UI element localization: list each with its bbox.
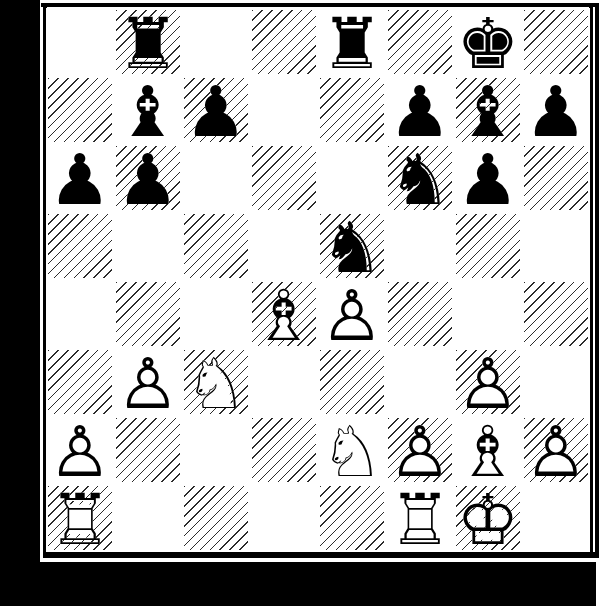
square-e4[interactable]: ♟♙ (318, 280, 386, 348)
square-e8[interactable]: ♜♜ (318, 8, 386, 76)
square-c2[interactable] (182, 416, 250, 484)
piece-glyph-outline: ♟ (114, 146, 182, 214)
piece-white-bishop[interactable]: ♝♗ (454, 416, 522, 484)
piece-glyph-outline: ♙ (522, 418, 590, 486)
piece-white-pawn[interactable]: ♟♙ (318, 280, 386, 348)
piece-black-knight[interactable]: ♞♞ (318, 212, 386, 280)
piece-white-pawn[interactable]: ♟♙ (114, 348, 182, 416)
piece-glyph-outline: ♔ (454, 486, 522, 554)
square-b2[interactable] (114, 416, 182, 484)
square-h5[interactable] (522, 212, 590, 280)
square-d2[interactable] (250, 416, 318, 484)
piece-black-pawn[interactable]: ♟♟ (386, 76, 454, 144)
square-f5[interactable] (386, 212, 454, 280)
square-d8[interactable] (250, 8, 318, 76)
square-c4[interactable] (182, 280, 250, 348)
piece-glyph-outline: ♖ (46, 486, 114, 554)
square-g8[interactable]: ♚♚ (454, 8, 522, 76)
bottom-shadow-band (0, 562, 596, 606)
square-b4[interactable] (114, 280, 182, 348)
square-c7[interactable]: ♟♟ (182, 76, 250, 144)
piece-black-king[interactable]: ♚♚ (454, 8, 522, 76)
square-e5[interactable]: ♞♞ (318, 212, 386, 280)
piece-glyph-outline: ♙ (454, 350, 522, 418)
square-b1[interactable] (114, 484, 182, 552)
square-e6[interactable] (318, 144, 386, 212)
piece-glyph-outline: ♗ (454, 418, 522, 486)
square-f3[interactable] (386, 348, 454, 416)
piece-white-bishop[interactable]: ♝♗ (250, 280, 318, 348)
piece-black-pawn[interactable]: ♟♟ (182, 76, 250, 144)
piece-glyph-outline: ♚ (454, 10, 522, 78)
square-h7[interactable]: ♟♟ (522, 76, 590, 144)
piece-white-king[interactable]: ♚♔ (454, 484, 522, 552)
square-g5[interactable] (454, 212, 522, 280)
square-d6[interactable] (250, 144, 318, 212)
square-a1[interactable]: ♜♖ (46, 484, 114, 552)
piece-white-pawn[interactable]: ♟♙ (386, 416, 454, 484)
square-a7[interactable] (46, 76, 114, 144)
piece-white-rook[interactable]: ♜♖ (386, 484, 454, 552)
piece-glyph-outline: ♙ (46, 418, 114, 486)
piece-glyph-outline: ♘ (318, 418, 386, 486)
piece-black-rook[interactable]: ♜♜ (114, 8, 182, 76)
square-c1[interactable] (182, 484, 250, 552)
piece-black-bishop[interactable]: ♝♝ (114, 76, 182, 144)
piece-glyph-outline: ♙ (114, 350, 182, 418)
chess-diagram-page: ♜♜♜♜♚♚♝♝♟♟♟♟♝♝♟♟♟♟♟♟♞♞♟♟♞♞♝♗♟♙♟♙♞♘♟♙♟♙♞♘… (0, 0, 600, 606)
piece-black-pawn[interactable]: ♟♟ (114, 144, 182, 212)
piece-white-knight[interactable]: ♞♘ (318, 416, 386, 484)
square-c6[interactable] (182, 144, 250, 212)
square-a2[interactable]: ♟♙ (46, 416, 114, 484)
piece-glyph-outline: ♟ (522, 78, 590, 146)
square-d4[interactable]: ♝♗ (250, 280, 318, 348)
square-c3[interactable]: ♞♘ (182, 348, 250, 416)
board-frame-right-outer-line (595, 3, 599, 558)
piece-white-pawn[interactable]: ♟♙ (454, 348, 522, 416)
square-b7[interactable]: ♝♝ (114, 76, 182, 144)
square-g2[interactable]: ♝♗ (454, 416, 522, 484)
piece-glyph-outline: ♙ (318, 282, 386, 350)
piece-white-pawn[interactable]: ♟♙ (46, 416, 114, 484)
piece-glyph-outline: ♟ (46, 146, 114, 214)
piece-glyph-outline: ♟ (182, 78, 250, 146)
square-f2[interactable]: ♟♙ (386, 416, 454, 484)
piece-black-pawn[interactable]: ♟♟ (454, 144, 522, 212)
piece-glyph-outline: ♖ (386, 486, 454, 554)
square-h2[interactable]: ♟♙ (522, 416, 590, 484)
square-a8[interactable] (46, 8, 114, 76)
square-e3[interactable] (318, 348, 386, 416)
square-e1[interactable] (318, 484, 386, 552)
square-f6[interactable]: ♞♞ (386, 144, 454, 212)
piece-glyph-outline: ♜ (318, 10, 386, 78)
square-f8[interactable] (386, 8, 454, 76)
square-b3[interactable]: ♟♙ (114, 348, 182, 416)
left-shadow-band (0, 0, 40, 606)
piece-glyph-outline: ♘ (182, 350, 250, 418)
piece-glyph-outline: ♞ (386, 146, 454, 214)
piece-black-bishop[interactable]: ♝♝ (454, 76, 522, 144)
square-d7[interactable] (250, 76, 318, 144)
piece-black-rook[interactable]: ♜♜ (318, 8, 386, 76)
chess-board: ♜♜♜♜♚♚♝♝♟♟♟♟♝♝♟♟♟♟♟♟♞♞♟♟♞♞♝♗♟♙♟♙♞♘♟♙♟♙♞♘… (46, 8, 590, 552)
piece-glyph-outline: ♞ (318, 214, 386, 282)
piece-white-knight[interactable]: ♞♘ (182, 348, 250, 416)
piece-white-pawn[interactable]: ♟♙ (522, 416, 590, 484)
piece-black-knight[interactable]: ♞♞ (386, 144, 454, 212)
square-f4[interactable] (386, 280, 454, 348)
piece-black-pawn[interactable]: ♟♟ (522, 76, 590, 144)
square-e2[interactable]: ♞♘ (318, 416, 386, 484)
square-h8[interactable] (522, 8, 590, 76)
piece-glyph-outline: ♗ (250, 282, 318, 350)
square-f7[interactable]: ♟♟ (386, 76, 454, 144)
square-a6[interactable]: ♟♟ (46, 144, 114, 212)
square-b5[interactable] (114, 212, 182, 280)
square-d5[interactable] (250, 212, 318, 280)
piece-white-rook[interactable]: ♜♖ (46, 484, 114, 552)
square-g3[interactable]: ♟♙ (454, 348, 522, 416)
square-e7[interactable] (318, 76, 386, 144)
square-b6[interactable]: ♟♟ (114, 144, 182, 212)
square-c5[interactable] (182, 212, 250, 280)
square-d3[interactable] (250, 348, 318, 416)
square-a5[interactable] (46, 212, 114, 280)
square-h3[interactable] (522, 348, 590, 416)
piece-glyph-outline: ♟ (454, 146, 522, 214)
square-f1[interactable]: ♜♖ (386, 484, 454, 552)
square-g4[interactable] (454, 280, 522, 348)
piece-glyph-outline: ♝ (114, 78, 182, 146)
square-c8[interactable] (182, 8, 250, 76)
square-g6[interactable]: ♟♟ (454, 144, 522, 212)
square-a3[interactable] (46, 348, 114, 416)
square-h4[interactable] (522, 280, 590, 348)
piece-glyph-outline: ♜ (114, 10, 182, 78)
square-a4[interactable] (46, 280, 114, 348)
piece-black-pawn[interactable]: ♟♟ (46, 144, 114, 212)
piece-glyph-outline: ♝ (454, 78, 522, 146)
square-b8[interactable]: ♜♜ (114, 8, 182, 76)
square-g1[interactable]: ♚♔ (454, 484, 522, 552)
piece-glyph-outline: ♟ (386, 78, 454, 146)
square-h1[interactable] (522, 484, 590, 552)
square-g7[interactable]: ♝♝ (454, 76, 522, 144)
piece-glyph-outline: ♙ (386, 418, 454, 486)
square-h6[interactable] (522, 144, 590, 212)
square-d1[interactable] (250, 484, 318, 552)
